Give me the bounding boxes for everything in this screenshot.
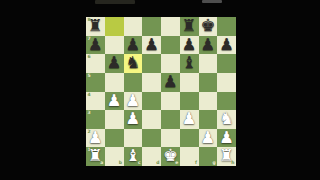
square-d6[interactable]	[142, 54, 161, 73]
piece-white-rook-h1[interactable]: ♜	[219, 148, 234, 165]
coord-rank-5: 5	[88, 74, 91, 79]
piece-black-pawn-c7[interactable]: ♟	[125, 36, 140, 53]
square-g4[interactable]	[199, 92, 218, 111]
square-f6[interactable]: ♝	[180, 54, 199, 73]
square-f7[interactable]: ♟	[180, 36, 199, 55]
piece-black-pawn-e5[interactable]: ♟	[163, 73, 178, 90]
piece-white-pawn-a2[interactable]: ♟	[88, 129, 103, 146]
coord-rank-6: 6	[88, 55, 91, 60]
square-d5[interactable]	[142, 73, 161, 92]
square-g1[interactable]: g	[199, 147, 218, 166]
coord-file-d: d	[156, 161, 159, 166]
piece-black-king-g8[interactable]: ♚	[200, 18, 215, 35]
piece-white-king-e1[interactable]: ♚	[163, 148, 178, 165]
square-a2[interactable]: 2♟	[86, 129, 105, 148]
piece-white-pawn-h2[interactable]: ♟	[219, 129, 234, 146]
piece-black-pawn-a7[interactable]: ♟	[88, 36, 103, 53]
piece-white-pawn-c4[interactable]: ♟	[125, 92, 140, 109]
square-d7[interactable]: ♟	[142, 36, 161, 55]
square-a7[interactable]: 7♟	[86, 36, 105, 55]
square-b5[interactable]	[105, 73, 124, 92]
coord-file-g: g	[213, 161, 216, 166]
square-f8[interactable]: ♜	[180, 17, 199, 36]
square-h4[interactable]	[217, 92, 236, 111]
square-b4[interactable]: ♟	[105, 92, 124, 111]
square-b3[interactable]	[105, 110, 124, 129]
piece-white-bishop-c1[interactable]: ♝	[125, 148, 140, 165]
piece-black-bishop-f6[interactable]: ♝	[182, 55, 197, 72]
piece-white-pawn-g2[interactable]: ♟	[200, 129, 215, 146]
coord-rank-4: 4	[88, 93, 91, 98]
square-a6[interactable]: 6	[86, 54, 105, 73]
piece-black-pawn-h7[interactable]: ♟	[219, 36, 234, 53]
square-g5[interactable]	[199, 73, 218, 92]
square-g7[interactable]: ♟	[199, 36, 218, 55]
square-c5[interactable]	[124, 73, 143, 92]
cropped-player-bar-text	[95, 0, 135, 4]
square-d8[interactable]	[142, 17, 161, 36]
piece-white-pawn-b4[interactable]: ♟	[107, 92, 122, 109]
square-c2[interactable]	[124, 129, 143, 148]
square-f3[interactable]: ♟	[180, 110, 199, 129]
square-e8[interactable]	[161, 17, 180, 36]
square-c6[interactable]: ♞	[124, 54, 143, 73]
square-f2[interactable]	[180, 129, 199, 148]
square-d1[interactable]: d	[142, 147, 161, 166]
square-e2[interactable]	[161, 129, 180, 148]
piece-black-rook-f8[interactable]: ♜	[182, 18, 197, 35]
piece-black-knight-c6[interactable]: ♞	[125, 55, 140, 72]
video-frame: 8♜♜♚7♟♟♟♟♟♟6♟♞♝5♟4♟♟3♟♟♞2♟♟♟1a♜bc♝de♚fgh…	[0, 0, 320, 180]
square-c8[interactable]	[124, 17, 143, 36]
piece-white-pawn-c3[interactable]: ♟	[125, 111, 140, 128]
square-h1[interactable]: h♜	[217, 147, 236, 166]
piece-black-rook-a8[interactable]: ♜	[88, 18, 103, 35]
square-b8[interactable]	[105, 17, 124, 36]
square-b1[interactable]: b	[105, 147, 124, 166]
square-c1[interactable]: c♝	[124, 147, 143, 166]
square-a3[interactable]: 3	[86, 110, 105, 129]
chess-board: 8♜♜♚7♟♟♟♟♟♟6♟♞♝5♟4♟♟3♟♟♞2♟♟♟1a♜bc♝de♚fgh…	[86, 17, 236, 166]
square-h8[interactable]	[217, 17, 236, 36]
square-e1[interactable]: e♚	[161, 147, 180, 166]
piece-white-knight-h3[interactable]: ♞	[219, 111, 234, 128]
square-a8[interactable]: 8♜	[86, 17, 105, 36]
square-h2[interactable]: ♟	[217, 129, 236, 148]
square-g2[interactable]: ♟	[199, 129, 218, 148]
square-f4[interactable]	[180, 92, 199, 111]
square-c7[interactable]: ♟	[124, 36, 143, 55]
square-b7[interactable]	[105, 36, 124, 55]
square-a4[interactable]: 4	[86, 92, 105, 111]
square-e7[interactable]	[161, 36, 180, 55]
square-g6[interactable]	[199, 54, 218, 73]
piece-black-pawn-d7[interactable]: ♟	[144, 36, 159, 53]
square-h5[interactable]	[217, 73, 236, 92]
square-e5[interactable]: ♟	[161, 73, 180, 92]
square-b2[interactable]	[105, 129, 124, 148]
coord-rank-3: 3	[88, 111, 91, 116]
square-g3[interactable]	[199, 110, 218, 129]
square-d4[interactable]	[142, 92, 161, 111]
square-e4[interactable]	[161, 92, 180, 111]
square-h6[interactable]	[217, 54, 236, 73]
square-c3[interactable]: ♟	[124, 110, 143, 129]
square-e6[interactable]	[161, 54, 180, 73]
square-h7[interactable]: ♟	[217, 36, 236, 55]
square-a5[interactable]: 5	[86, 73, 105, 92]
square-a1[interactable]: 1a♜	[86, 147, 105, 166]
square-e3[interactable]	[161, 110, 180, 129]
square-d3[interactable]	[142, 110, 161, 129]
square-d2[interactable]	[142, 129, 161, 148]
piece-black-pawn-g7[interactable]: ♟	[200, 36, 215, 53]
piece-white-pawn-f3[interactable]: ♟	[182, 111, 197, 128]
cropped-ui-fragment	[202, 0, 222, 3]
square-b6[interactable]: ♟	[105, 54, 124, 73]
piece-black-pawn-f7[interactable]: ♟	[182, 36, 197, 53]
square-f5[interactable]	[180, 73, 199, 92]
coord-file-f: f	[195, 161, 197, 166]
square-f1[interactable]: f	[180, 147, 199, 166]
square-g8[interactable]: ♚	[199, 17, 218, 36]
piece-black-pawn-b6[interactable]: ♟	[107, 55, 122, 72]
piece-white-rook-a1[interactable]: ♜	[88, 148, 103, 165]
square-c4[interactable]: ♟	[124, 92, 143, 111]
square-h3[interactable]: ♞	[217, 110, 236, 129]
coord-file-b: b	[119, 161, 122, 166]
